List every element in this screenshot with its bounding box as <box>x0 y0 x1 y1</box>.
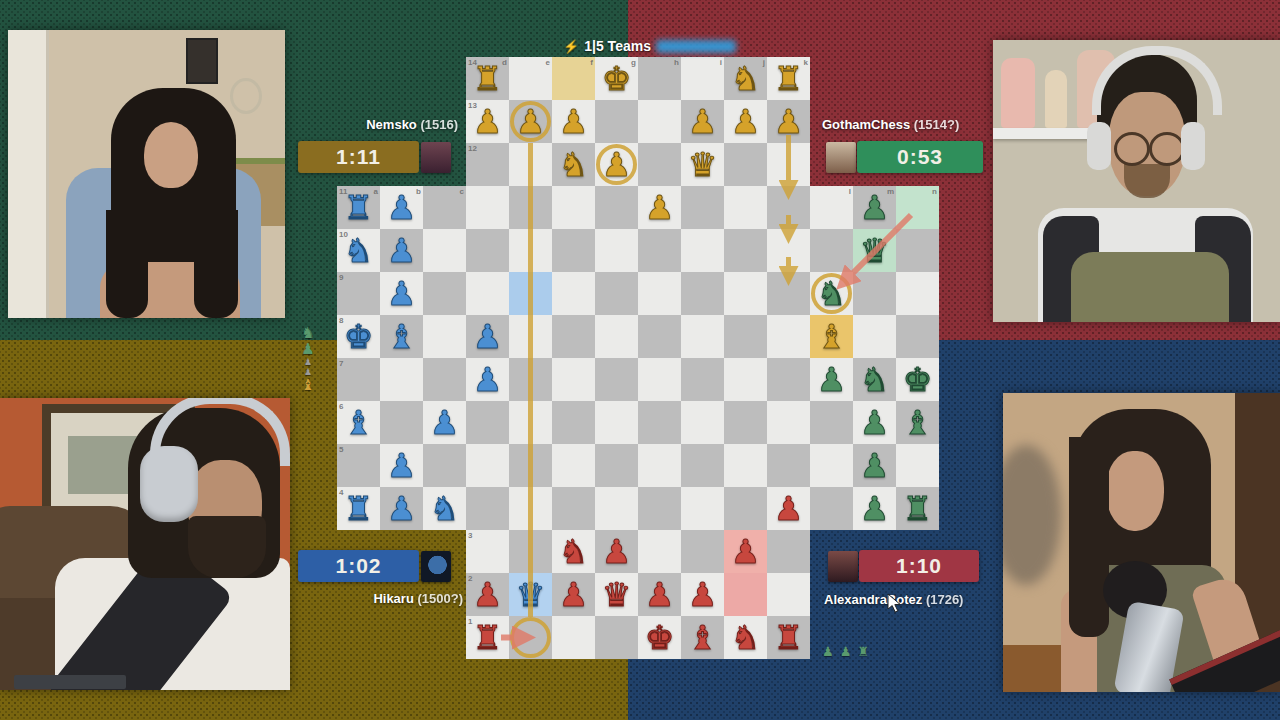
square-e11[interactable] <box>509 186 552 229</box>
square-l10[interactable] <box>810 229 853 272</box>
square-h6[interactable] <box>638 401 681 444</box>
square-h8[interactable] <box>638 315 681 358</box>
square-k10[interactable] <box>767 229 810 272</box>
square-m5[interactable]: ♟ <box>853 444 896 487</box>
file-label-d: d <box>502 59 507 67</box>
piece-red-K-h1[interactable]: ♚ <box>645 616 675 659</box>
square-h5[interactable] <box>638 444 681 487</box>
square-e1[interactable] <box>509 616 552 659</box>
square-d11[interactable] <box>466 186 509 229</box>
square-b10[interactable]: ♟ <box>380 229 423 272</box>
player-name-nemsko: Nemsko (1516) <box>300 117 458 132</box>
square-d1[interactable]: 1♜ <box>466 616 509 659</box>
piece-blue-R-a4[interactable]: ♜ <box>344 487 374 530</box>
square-k14[interactable]: k♜ <box>767 57 810 100</box>
square-d5[interactable] <box>466 444 509 487</box>
square-d14[interactable]: d14♜ <box>466 57 509 100</box>
square-l7[interactable]: ♟ <box>810 358 853 401</box>
captured-green-N: ♞ <box>301 326 314 341</box>
square-g6[interactable] <box>595 401 638 444</box>
hair-front-right <box>194 210 238 318</box>
piece-red-P-i2[interactable]: ♟ <box>688 573 718 616</box>
glasses-left <box>1114 132 1150 166</box>
piece-yellow-P-h11[interactable]: ♟ <box>645 186 675 229</box>
square-g1[interactable] <box>595 616 638 659</box>
square-i5[interactable] <box>681 444 724 487</box>
square-f7[interactable] <box>552 358 595 401</box>
square-k3[interactable] <box>767 530 810 573</box>
clock-hikaru: 1:02 <box>298 550 419 582</box>
square-g2[interactable]: ♛ <box>595 573 638 616</box>
piece-blue-N-a10[interactable]: ♞ <box>344 229 374 272</box>
square-i2[interactable]: ♟ <box>681 573 724 616</box>
square-k11[interactable] <box>767 186 810 229</box>
square-m6[interactable]: ♟ <box>853 401 896 444</box>
square-c10[interactable] <box>423 229 466 272</box>
square-m8[interactable] <box>853 315 896 358</box>
piece-yellow-B-l8[interactable]: ♝ <box>817 315 847 358</box>
square-i6[interactable] <box>681 401 724 444</box>
square-a11[interactable]: a11♜ <box>337 186 380 229</box>
square-k7[interactable] <box>767 358 810 401</box>
captured-green-P: ♟ <box>822 645 834 658</box>
piece-blue-P-d7[interactable]: ♟ <box>473 358 503 401</box>
square-f10[interactable] <box>552 229 595 272</box>
piece-green-P-m11[interactable]: ♟ <box>860 186 890 229</box>
square-f5[interactable] <box>552 444 595 487</box>
piece-yellow-P-e13[interactable]: ♟ <box>516 100 546 143</box>
piece-green-P-m6[interactable]: ♟ <box>860 401 890 444</box>
square-b5[interactable]: ♟ <box>380 444 423 487</box>
webcam-alexandrabotez <box>1003 393 1280 692</box>
square-i3[interactable] <box>681 530 724 573</box>
square-k6[interactable] <box>767 401 810 444</box>
piece-green-P-m4[interactable]: ♟ <box>860 487 890 530</box>
file-label-c: c <box>460 188 464 196</box>
avatar-nemsko <box>421 142 451 173</box>
square-h9[interactable] <box>638 272 681 315</box>
piece-yellow-R-d14[interactable]: ♜ <box>473 57 503 100</box>
figurine-1 <box>1001 58 1035 128</box>
wall-photo <box>186 38 218 84</box>
rank-label-12: 12 <box>468 145 477 153</box>
piece-green-B-n6[interactable]: ♝ <box>903 401 933 444</box>
webcam-gothamchess <box>993 40 1280 322</box>
file-label-i: i <box>720 59 722 67</box>
piece-blue-N-c4[interactable]: ♞ <box>430 487 460 530</box>
square-d13[interactable]: 13♟ <box>466 100 509 143</box>
piece-yellow-P-g12[interactable]: ♟ <box>602 143 632 186</box>
square-e10[interactable] <box>509 229 552 272</box>
file-label-h: h <box>674 59 679 67</box>
square-j12[interactable] <box>724 143 767 186</box>
piece-blue-B-b8[interactable]: ♝ <box>387 315 417 358</box>
square-j11[interactable] <box>724 186 767 229</box>
square-i7[interactable] <box>681 358 724 401</box>
square-l8[interactable]: ♝ <box>810 315 853 358</box>
square-n9[interactable] <box>896 272 939 315</box>
square-a9[interactable]: 9 <box>337 272 380 315</box>
rank-label-7: 7 <box>339 360 343 368</box>
square-f4[interactable] <box>552 487 595 530</box>
square-c7[interactable] <box>423 358 466 401</box>
square-j5[interactable] <box>724 444 767 487</box>
square-h4[interactable] <box>638 487 681 530</box>
piece-blue-P-b10[interactable]: ♟ <box>387 229 417 272</box>
square-l6[interactable] <box>810 401 853 444</box>
figurine-2 <box>1045 70 1067 128</box>
piece-red-P-j3[interactable]: ♟ <box>731 530 761 573</box>
captured-green-P: ♟ <box>840 645 852 658</box>
captured-tray-bottom: ♟♟♜ <box>822 645 869 658</box>
square-l11[interactable]: l <box>810 186 853 229</box>
piece-red-P-g3[interactable]: ♟ <box>602 530 632 573</box>
lightning-bolt-icon: ⚡ <box>563 39 579 54</box>
file-label-e: e <box>546 59 550 67</box>
piece-red-B-i1[interactable]: ♝ <box>688 616 718 659</box>
piece-blue-B-a6[interactable]: ♝ <box>344 401 374 444</box>
square-k9[interactable] <box>767 272 810 315</box>
square-f11[interactable] <box>552 186 595 229</box>
stream-overlay: d14♜efg♚hij♞k♜13♟♟♟♟♟♟12♞♟♛a11♜b♟c♟lm♟n1… <box>0 0 1280 720</box>
square-e8[interactable] <box>509 315 552 358</box>
hair-front <box>1069 437 1109 637</box>
square-n10[interactable] <box>896 229 939 272</box>
square-l9[interactable]: ♞ <box>810 272 853 315</box>
player-name-alexandrabotez: AlexandraBotez (1726) <box>824 592 963 607</box>
rank-label-3: 3 <box>468 532 472 540</box>
square-f13[interactable]: ♟ <box>552 100 595 143</box>
face <box>144 122 198 188</box>
square-g8[interactable] <box>595 315 638 358</box>
square-k8[interactable] <box>767 315 810 358</box>
square-h7[interactable] <box>638 358 681 401</box>
headphone-cup-left <box>1087 122 1111 170</box>
square-k12[interactable] <box>767 143 810 186</box>
square-e12[interactable] <box>509 143 552 186</box>
censored-link <box>656 40 736 53</box>
file-label-n: n <box>932 188 937 196</box>
square-f1[interactable] <box>552 616 595 659</box>
avatar-gothamchess <box>826 142 856 173</box>
webcam-nemsko <box>8 30 285 318</box>
square-h10[interactable] <box>638 229 681 272</box>
square-g3[interactable]: ♟ <box>595 530 638 573</box>
file-label-a: a <box>374 188 378 196</box>
headphone-band <box>150 398 290 466</box>
square-g4[interactable] <box>595 487 638 530</box>
square-f3[interactable]: ♞ <box>552 530 595 573</box>
piece-green-N-m7[interactable]: ♞ <box>860 358 890 401</box>
square-d7[interactable]: ♟ <box>466 358 509 401</box>
avatar-hikaru <box>421 551 451 582</box>
square-m7[interactable]: ♞ <box>853 358 896 401</box>
square-f9[interactable] <box>552 272 595 315</box>
piece-yellow-K-g14[interactable]: ♚ <box>602 57 632 100</box>
piece-green-K-n7[interactable]: ♚ <box>903 358 933 401</box>
piece-red-P-f2[interactable]: ♟ <box>559 573 589 616</box>
time-control-label: 1|5 Teams <box>584 38 651 54</box>
square-g11[interactable] <box>595 186 638 229</box>
square-j3[interactable]: ♟ <box>724 530 767 573</box>
square-f12[interactable]: ♞ <box>552 143 595 186</box>
piece-yellow-P-f13[interactable]: ♟ <box>559 100 589 143</box>
beard <box>188 516 266 578</box>
square-c6[interactable]: ♟ <box>423 401 466 444</box>
piece-yellow-P-k13[interactable]: ♟ <box>774 100 804 143</box>
square-g12[interactable]: ♟ <box>595 143 638 186</box>
nameplate-bar <box>14 675 126 689</box>
square-e5[interactable] <box>509 444 552 487</box>
square-d8[interactable]: ♟ <box>466 315 509 358</box>
door <box>8 30 49 318</box>
piece-blue-P-b4[interactable]: ♟ <box>387 487 417 530</box>
square-k2[interactable] <box>767 573 810 616</box>
webcam-hikaru <box>0 398 290 690</box>
piece-yellow-P-i13[interactable]: ♟ <box>688 100 718 143</box>
square-d9[interactable] <box>466 272 509 315</box>
square-m11[interactable]: m♟ <box>853 186 896 229</box>
square-b8[interactable]: ♝ <box>380 315 423 358</box>
piece-red-P-h2[interactable]: ♟ <box>645 573 675 616</box>
square-c9[interactable] <box>423 272 466 315</box>
square-f6[interactable] <box>552 401 595 444</box>
piece-green-Q-m10[interactable]: ♛ <box>860 229 890 272</box>
square-n4[interactable]: ♜ <box>896 487 939 530</box>
square-i10[interactable] <box>681 229 724 272</box>
player-name-hikaru: Hikaru (1500?) <box>303 591 463 606</box>
square-l4[interactable] <box>810 487 853 530</box>
piece-red-N-f3[interactable]: ♞ <box>559 530 589 573</box>
file-label-f: f <box>590 59 593 67</box>
square-c11[interactable]: c <box>423 186 466 229</box>
square-a6[interactable]: 6♝ <box>337 401 380 444</box>
square-b4[interactable]: ♟ <box>380 487 423 530</box>
square-j14[interactable]: j♞ <box>724 57 767 100</box>
square-a4[interactable]: 4♜ <box>337 487 380 530</box>
square-g5[interactable] <box>595 444 638 487</box>
square-c4[interactable]: ♞ <box>423 487 466 530</box>
glasses-right <box>1149 132 1185 166</box>
square-a7[interactable]: 7 <box>337 358 380 401</box>
square-j1[interactable]: ♞ <box>724 616 767 659</box>
captured-gray-P: ♟ <box>304 358 312 367</box>
clock-alexandrabotez: 1:10 <box>859 550 979 582</box>
shirt <box>1071 252 1229 322</box>
wall-wreath <box>230 78 262 114</box>
square-n6[interactable]: ♝ <box>896 401 939 444</box>
square-i9[interactable] <box>681 272 724 315</box>
square-f2[interactable]: ♟ <box>552 573 595 616</box>
file-label-g: g <box>631 59 636 67</box>
piece-blue-P-b9[interactable]: ♟ <box>387 272 417 315</box>
beard <box>1124 164 1170 198</box>
square-b6[interactable] <box>380 401 423 444</box>
clock-gothamchess: 0:53 <box>857 141 983 173</box>
square-k5[interactable] <box>767 444 810 487</box>
square-g9[interactable] <box>595 272 638 315</box>
piece-blue-K-a8[interactable]: ♚ <box>344 315 374 358</box>
file-label-j: j <box>763 59 765 67</box>
square-e4[interactable] <box>509 487 552 530</box>
piece-red-N-j1[interactable]: ♞ <box>731 616 761 659</box>
square-h14[interactable]: h <box>638 57 681 100</box>
square-e7[interactable] <box>509 358 552 401</box>
square-g13[interactable] <box>595 100 638 143</box>
square-c8[interactable] <box>423 315 466 358</box>
square-b7[interactable] <box>380 358 423 401</box>
square-d12[interactable]: 12 <box>466 143 509 186</box>
square-b9[interactable]: ♟ <box>380 272 423 315</box>
player-name-gothamchess: GothamChess (1514?) <box>822 117 959 132</box>
square-a8[interactable]: 8♚ <box>337 315 380 358</box>
square-g7[interactable] <box>595 358 638 401</box>
captured-green-P: ♟ <box>301 342 314 357</box>
piece-yellow-N-j14[interactable]: ♞ <box>731 57 761 100</box>
square-n11[interactable]: n <box>896 186 939 229</box>
square-a5[interactable]: 5 <box>337 444 380 487</box>
square-i1[interactable]: ♝ <box>681 616 724 659</box>
square-d2[interactable]: 2♟ <box>466 573 509 616</box>
square-j7[interactable] <box>724 358 767 401</box>
square-j10[interactable] <box>724 229 767 272</box>
rank-label-5: 5 <box>339 446 343 454</box>
piece-red-R-d1[interactable]: ♜ <box>473 616 503 659</box>
piece-yellow-P-d13[interactable]: ♟ <box>473 100 503 143</box>
square-i11[interactable] <box>681 186 724 229</box>
square-n7[interactable]: ♚ <box>896 358 939 401</box>
square-d10[interactable] <box>466 229 509 272</box>
square-f14[interactable]: f <box>552 57 595 100</box>
hair-front <box>106 210 148 318</box>
square-h2[interactable]: ♟ <box>638 573 681 616</box>
square-h13[interactable] <box>638 100 681 143</box>
square-i13[interactable]: ♟ <box>681 100 724 143</box>
piece-blue-P-d8[interactable]: ♟ <box>473 315 503 358</box>
square-j13[interactable]: ♟ <box>724 100 767 143</box>
piece-blue-Q-e2[interactable]: ♛ <box>516 573 546 616</box>
square-f8[interactable] <box>552 315 595 358</box>
piece-green-P-m5[interactable]: ♟ <box>860 444 890 487</box>
game-header: ⚡ 1|5 Teams <box>563 38 736 54</box>
square-m9[interactable] <box>853 272 896 315</box>
file-label-k: k <box>804 59 808 67</box>
square-e9[interactable] <box>509 272 552 315</box>
captured-green-R: ♜ <box>857 645 869 658</box>
square-h1[interactable]: ♚ <box>638 616 681 659</box>
piece-red-R-k1[interactable]: ♜ <box>774 616 804 659</box>
square-g10[interactable] <box>595 229 638 272</box>
square-k4[interactable]: ♟ <box>767 487 810 530</box>
square-h11[interactable]: ♟ <box>638 186 681 229</box>
square-n5[interactable] <box>896 444 939 487</box>
headphone-cup-right <box>1181 122 1205 170</box>
square-a10[interactable]: 10♞ <box>337 229 380 272</box>
piece-blue-P-c6[interactable]: ♟ <box>430 401 460 444</box>
square-h12[interactable] <box>638 143 681 186</box>
clock-nemsko: 1:11 <box>298 141 419 173</box>
piece-blue-P-b11[interactable]: ♟ <box>387 186 417 229</box>
square-e3[interactable] <box>509 530 552 573</box>
piece-blue-P-b5[interactable]: ♟ <box>387 444 417 487</box>
square-d6[interactable] <box>466 401 509 444</box>
square-d4[interactable] <box>466 487 509 530</box>
avatar-alexandrabotez <box>828 551 858 582</box>
square-i12[interactable]: ♛ <box>681 143 724 186</box>
square-i8[interactable] <box>681 315 724 358</box>
square-n8[interactable] <box>896 315 939 358</box>
piece-yellow-R-k14[interactable]: ♜ <box>774 57 804 100</box>
rank-label-9: 9 <box>339 274 343 282</box>
square-e14[interactable]: e <box>509 57 552 100</box>
square-j8[interactable] <box>724 315 767 358</box>
piece-yellow-Q-i12[interactable]: ♛ <box>688 143 718 186</box>
piece-red-P-d2[interactable]: ♟ <box>473 573 503 616</box>
square-d3[interactable]: 3 <box>466 530 509 573</box>
piece-yellow-N-f12[interactable]: ♞ <box>559 143 589 186</box>
square-l5[interactable] <box>810 444 853 487</box>
square-c5[interactable] <box>423 444 466 487</box>
square-e13[interactable]: ♟ <box>509 100 552 143</box>
piece-red-P-k4[interactable]: ♟ <box>774 487 804 530</box>
piece-red-Q-g2[interactable]: ♛ <box>602 573 632 616</box>
square-j9[interactable] <box>724 272 767 315</box>
square-j6[interactable] <box>724 401 767 444</box>
file-label-l: l <box>849 188 851 196</box>
piece-blue-R-a11[interactable]: ♜ <box>344 186 374 229</box>
face <box>1106 451 1164 531</box>
square-m4[interactable]: ♟ <box>853 487 896 530</box>
file-label-b: b <box>416 188 421 196</box>
captured-tray-left: ♞♟♟♟♝ <box>298 326 318 393</box>
square-b11[interactable]: b♟ <box>380 186 423 229</box>
square-e2[interactable]: ♛ <box>509 573 552 616</box>
piece-yellow-P-j13[interactable]: ♟ <box>731 100 761 143</box>
piece-green-R-n4[interactable]: ♜ <box>903 487 933 530</box>
blur-blob <box>1003 445 1061 585</box>
square-m10[interactable]: ♛ <box>853 229 896 272</box>
square-j4[interactable] <box>724 487 767 530</box>
captured-yellow-B: ♝ <box>301 378 314 393</box>
square-i14[interactable]: i <box>681 57 724 100</box>
piece-green-P-l7[interactable]: ♟ <box>817 358 847 401</box>
square-i4[interactable] <box>681 487 724 530</box>
piece-green-N-l9[interactable]: ♞ <box>817 272 847 315</box>
square-h3[interactable] <box>638 530 681 573</box>
square-j2[interactable] <box>724 573 767 616</box>
square-k13[interactable]: ♟ <box>767 100 810 143</box>
square-e6[interactable] <box>509 401 552 444</box>
square-g14[interactable]: g♚ <box>595 57 638 100</box>
square-k1[interactable]: ♜ <box>767 616 810 659</box>
